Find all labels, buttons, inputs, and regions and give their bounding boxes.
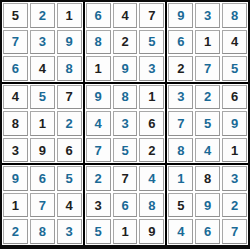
- cell-r2c4[interactable]: 8: [86, 30, 111, 55]
- cell-r7c2[interactable]: 6: [30, 166, 55, 191]
- cell-r9c5[interactable]: 1: [113, 219, 138, 244]
- cell-r1c3[interactable]: 1: [57, 3, 82, 28]
- sudoku-box-4: 457812396: [2, 84, 83, 164]
- cell-r7c8[interactable]: 8: [195, 166, 220, 191]
- cell-r3c3[interactable]: 8: [57, 56, 82, 81]
- cell-r7c4[interactable]: 2: [86, 166, 111, 191]
- cell-r6c4[interactable]: 7: [86, 138, 111, 163]
- cell-r4c7[interactable]: 3: [168, 85, 193, 110]
- cell-r5c7[interactable]: 7: [168, 111, 193, 136]
- cell-r1c9[interactable]: 8: [222, 3, 247, 28]
- cell-r2c9[interactable]: 4: [222, 30, 247, 55]
- cell-r8c4[interactable]: 3: [86, 193, 111, 218]
- cell-r6c3[interactable]: 6: [57, 138, 82, 163]
- sudoku-box-7: 965174283: [2, 165, 83, 245]
- cell-r9c3[interactable]: 3: [57, 219, 82, 244]
- cell-r6c2[interactable]: 9: [30, 138, 55, 163]
- cell-r5c4[interactable]: 4: [86, 111, 111, 136]
- cell-r5c1[interactable]: 8: [3, 111, 28, 136]
- cell-r4c8[interactable]: 2: [195, 85, 220, 110]
- cell-r7c5[interactable]: 7: [113, 166, 138, 191]
- cell-r6c5[interactable]: 5: [113, 138, 138, 163]
- sudoku-box-8: 274368519: [85, 165, 166, 245]
- cell-r3c9[interactable]: 5: [222, 56, 247, 81]
- cell-r6c8[interactable]: 4: [195, 138, 220, 163]
- cell-r8c8[interactable]: 9: [195, 193, 220, 218]
- cell-r1c4[interactable]: 6: [86, 3, 111, 28]
- sudoku-box-5: 981436752: [85, 84, 166, 164]
- cell-r4c9[interactable]: 6: [222, 85, 247, 110]
- cell-r9c4[interactable]: 5: [86, 219, 111, 244]
- cell-r9c2[interactable]: 8: [30, 219, 55, 244]
- cell-r2c1[interactable]: 7: [3, 30, 28, 55]
- cell-r9c1[interactable]: 2: [3, 219, 28, 244]
- cell-r9c8[interactable]: 6: [195, 219, 220, 244]
- sudoku-box-6: 326759841: [167, 84, 248, 164]
- cell-r7c1[interactable]: 9: [3, 166, 28, 191]
- cell-r4c1[interactable]: 4: [3, 85, 28, 110]
- cell-r2c2[interactable]: 3: [30, 30, 55, 55]
- cell-r8c9[interactable]: 2: [222, 193, 247, 218]
- cell-r4c5[interactable]: 8: [113, 85, 138, 110]
- cell-r4c4[interactable]: 9: [86, 85, 111, 110]
- cell-r8c5[interactable]: 6: [113, 193, 138, 218]
- sudoku-box-2: 647825193: [85, 2, 166, 82]
- cell-r9c7[interactable]: 4: [168, 219, 193, 244]
- cell-r8c3[interactable]: 4: [57, 193, 82, 218]
- cell-r2c5[interactable]: 2: [113, 30, 138, 55]
- cell-r4c3[interactable]: 7: [57, 85, 82, 110]
- cell-r3c6[interactable]: 3: [139, 56, 164, 81]
- cell-r7c9[interactable]: 3: [222, 166, 247, 191]
- cell-r7c7[interactable]: 1: [168, 166, 193, 191]
- cell-r3c7[interactable]: 2: [168, 56, 193, 81]
- cell-r9c6[interactable]: 9: [139, 219, 164, 244]
- cell-r2c7[interactable]: 6: [168, 30, 193, 55]
- sudoku-box-9: 183592467: [167, 165, 248, 245]
- cell-r3c8[interactable]: 7: [195, 56, 220, 81]
- sudoku-board: 5217396486478251939386142754578123969814…: [0, 0, 250, 249]
- cell-r6c1[interactable]: 3: [3, 138, 28, 163]
- cell-r3c1[interactable]: 6: [3, 56, 28, 81]
- cell-r1c1[interactable]: 5: [3, 3, 28, 28]
- cell-r5c2[interactable]: 1: [30, 111, 55, 136]
- cell-r1c5[interactable]: 4: [113, 3, 138, 28]
- cell-r2c3[interactable]: 9: [57, 30, 82, 55]
- cell-r9c9[interactable]: 7: [222, 219, 247, 244]
- cell-r4c6[interactable]: 1: [139, 85, 164, 110]
- cell-r1c6[interactable]: 7: [139, 3, 164, 28]
- cell-r7c6[interactable]: 4: [139, 166, 164, 191]
- cell-r5c8[interactable]: 5: [195, 111, 220, 136]
- cell-r8c6[interactable]: 8: [139, 193, 164, 218]
- sudoku-box-3: 938614275: [167, 2, 248, 82]
- cell-r6c7[interactable]: 8: [168, 138, 193, 163]
- cell-r4c2[interactable]: 5: [30, 85, 55, 110]
- cell-r6c6[interactable]: 2: [139, 138, 164, 163]
- sudoku-box-1: 521739648: [2, 2, 83, 82]
- cell-r8c1[interactable]: 1: [3, 193, 28, 218]
- cell-r5c6[interactable]: 6: [139, 111, 164, 136]
- cell-r5c5[interactable]: 3: [113, 111, 138, 136]
- cell-r8c7[interactable]: 5: [168, 193, 193, 218]
- cell-r2c6[interactable]: 5: [139, 30, 164, 55]
- cell-r1c7[interactable]: 9: [168, 3, 193, 28]
- cell-r1c2[interactable]: 2: [30, 3, 55, 28]
- cell-r5c9[interactable]: 9: [222, 111, 247, 136]
- cell-r3c2[interactable]: 4: [30, 56, 55, 81]
- cell-r8c2[interactable]: 7: [30, 193, 55, 218]
- cell-r3c4[interactable]: 1: [86, 56, 111, 81]
- cell-r5c3[interactable]: 2: [57, 111, 82, 136]
- cell-r2c8[interactable]: 1: [195, 30, 220, 55]
- cell-r3c5[interactable]: 9: [113, 56, 138, 81]
- cell-r6c9[interactable]: 1: [222, 138, 247, 163]
- cell-r1c8[interactable]: 3: [195, 3, 220, 28]
- cell-r7c3[interactable]: 5: [57, 166, 82, 191]
